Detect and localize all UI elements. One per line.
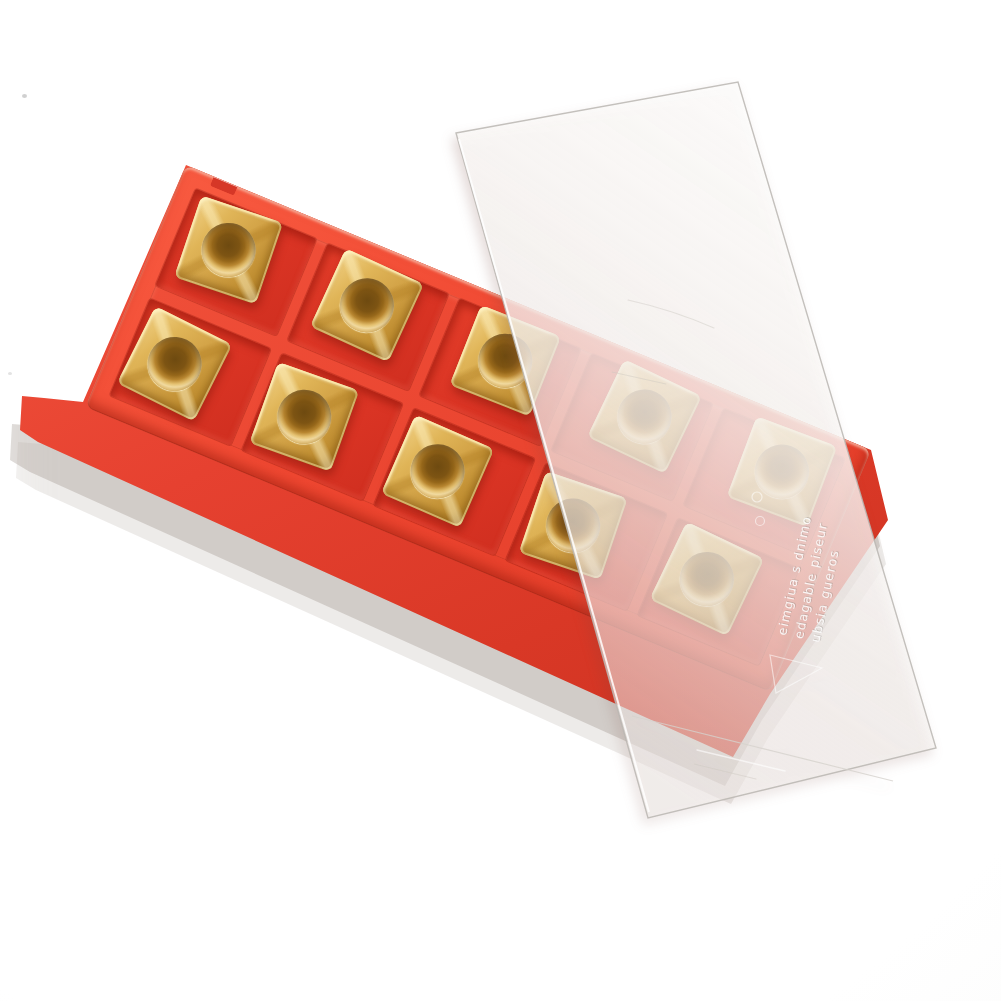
dust-speck [22, 94, 27, 98]
product-photo-stage: eimgiua s dnimo eimgiua s dnimo edagable… [0, 0, 1001, 1001]
dust-speck [8, 372, 12, 375]
transparent-lid: eimgiua s dnimo eimgiua s dnimo edagable… [0, 0, 1001, 1001]
lid-panel [456, 82, 936, 818]
